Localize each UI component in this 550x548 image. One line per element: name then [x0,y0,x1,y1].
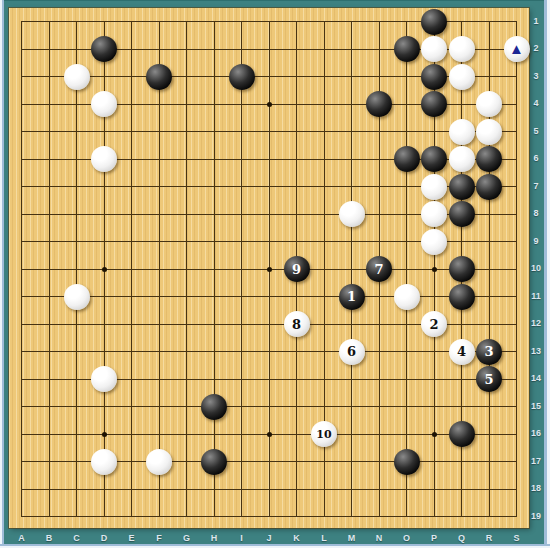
row-label-1: 1 [527,16,545,28]
stone-white-Q3 [449,64,475,90]
stone-white-Q13: 4 [449,339,475,365]
row-label-8: 8 [527,208,545,220]
stone-black-I3 [229,64,255,90]
stone-white-P12: 2 [421,311,447,337]
row-label-11: 11 [527,291,545,303]
triangle-marker-icon: ▲ [509,41,524,56]
column-label-M: M [344,533,360,543]
stone-black-Q7 [449,174,475,200]
frame-left-blue [2,0,4,548]
row-label-17: 17 [527,456,545,468]
stone-black-P4 [421,91,447,117]
column-label-J: J [261,533,277,543]
stone-black-R14: 5 [476,366,502,392]
stone-white-P2 [421,36,447,62]
move-number: 5 [484,373,493,386]
stone-black-Q11 [449,284,475,310]
star-point-P16 [432,432,437,437]
row-label-3: 3 [527,71,545,83]
stone-white-C11 [64,284,90,310]
stone-black-P6 [421,146,447,172]
row-label-6: 6 [527,153,545,165]
move-number: 3 [484,345,493,358]
star-point-P10 [432,267,437,272]
column-label-I: I [234,533,250,543]
column-label-Q: Q [454,533,470,543]
column-label-R: R [481,533,497,543]
stone-black-R6 [476,146,502,172]
stone-black-Q8 [449,201,475,227]
stone-black-P3 [421,64,447,90]
stone-white-D4 [91,91,117,117]
row-label-2: 2 [527,43,545,55]
move-number: 9 [292,263,301,276]
move-number: 8 [292,318,301,331]
star-point-J16 [267,432,272,437]
stone-black-N4 [366,91,392,117]
row-label-4: 4 [527,98,545,110]
frame-top-line [0,0,550,1]
stone-white-F17 [146,449,172,475]
row-label-13: 13 [527,346,545,358]
stone-black-O17 [394,449,420,475]
stone-white-P7 [421,174,447,200]
stone-white-K12: 8 [284,311,310,337]
column-label-P: P [426,533,442,543]
move-number: 2 [429,318,438,331]
stone-white-O11 [394,284,420,310]
column-label-B: B [41,533,57,543]
stone-white-D6 [91,146,117,172]
column-label-F: F [151,533,167,543]
stone-white-R4 [476,91,502,117]
column-label-S: S [509,533,525,543]
stone-white-S2: ▲ [504,36,530,62]
stone-black-F3 [146,64,172,90]
stone-white-L16: 10 [311,421,337,447]
row-label-18: 18 [527,483,545,495]
row-label-9: 9 [527,236,545,248]
move-number: 4 [457,345,466,358]
row-label-12: 12 [527,318,545,330]
star-point-J10 [267,267,272,272]
stone-white-M8 [339,201,365,227]
goban[interactable]: ▲97182643510 [9,8,529,528]
stone-white-Q5 [449,119,475,145]
row-label-7: 7 [527,181,545,193]
stone-black-H15 [201,394,227,420]
stone-white-Q2 [449,36,475,62]
stone-black-D2 [91,36,117,62]
stone-black-R13: 3 [476,339,502,365]
row-label-5: 5 [527,126,545,138]
column-label-H: H [206,533,222,543]
column-label-C: C [69,533,85,543]
stone-white-Q6 [449,146,475,172]
stone-white-M13: 6 [339,339,365,365]
column-label-A: A [14,533,30,543]
move-number: 6 [347,345,356,358]
stone-black-O6 [394,146,420,172]
row-label-15: 15 [527,401,545,413]
stone-white-R5 [476,119,502,145]
stone-black-H17 [201,449,227,475]
move-number: 1 [347,290,356,303]
column-label-L: L [316,533,332,543]
row-label-19: 19 [527,511,545,523]
column-label-E: E [124,533,140,543]
stone-black-Q16 [449,421,475,447]
stone-white-C3 [64,64,90,90]
row-label-10: 10 [527,263,545,275]
stone-black-K10: 9 [284,256,310,282]
star-point-J4 [267,102,272,107]
column-label-D: D [96,533,112,543]
column-label-G: G [179,533,195,543]
row-label-16: 16 [527,428,545,440]
stone-black-Q10 [449,256,475,282]
go-diagram-window: ▲97182643510 ABCDEFGHIJKLMNOPQRS 1234567… [0,0,550,548]
column-label-O: O [399,533,415,543]
stone-black-N10: 7 [366,256,392,282]
move-number: 7 [374,263,383,276]
column-label-K: K [289,533,305,543]
stone-white-P8 [421,201,447,227]
star-point-D10 [102,267,107,272]
stone-black-M11: 1 [339,284,365,310]
star-point-D16 [102,432,107,437]
stone-black-R7 [476,174,502,200]
stone-black-O2 [394,36,420,62]
column-label-N: N [371,533,387,543]
stone-white-P9 [421,229,447,255]
stone-white-D14 [91,366,117,392]
row-label-14: 14 [527,373,545,385]
stone-black-P1 [421,9,447,35]
stone-white-D17 [91,449,117,475]
move-number: 10 [316,429,331,440]
